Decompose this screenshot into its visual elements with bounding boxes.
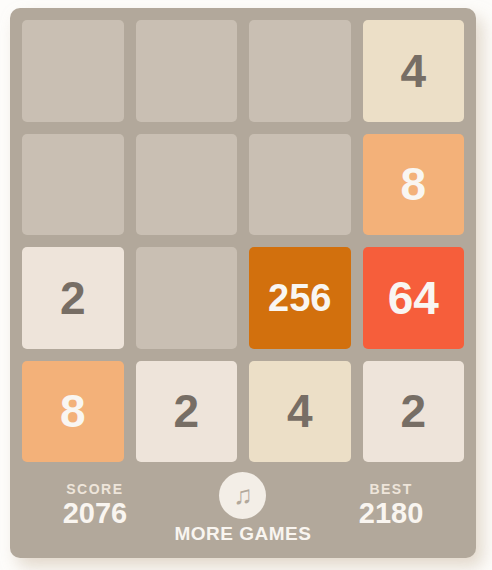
- app-stage: 482256648242 SCORE 2076 ♫ MORE GAMES BES…: [0, 0, 492, 570]
- empty-cell-r2c3: [249, 134, 351, 236]
- tile-grid[interactable]: 482256648242: [22, 20, 464, 462]
- empty-cell-r2c1: [22, 134, 124, 236]
- tile-4-r4c3: 4: [249, 361, 351, 463]
- tile-2-r3c1: 2: [22, 247, 124, 349]
- best-panel: BEST 2180: [318, 462, 464, 531]
- music-note-icon: ♫: [233, 482, 253, 508]
- tile-64-r3c4: 64: [363, 247, 465, 349]
- empty-cell-r2c2: [136, 134, 238, 236]
- empty-cell-r1c3: [249, 20, 351, 122]
- tile-4-r1c4: 4: [363, 20, 465, 122]
- tile-8-r4c1: 8: [22, 361, 124, 463]
- tile-2-r4c4: 2: [363, 361, 465, 463]
- best-value: 2180: [359, 497, 424, 530]
- tile-8-r2c4: 8: [363, 134, 465, 236]
- score-value: 2076: [63, 497, 128, 530]
- score-panel: SCORE 2076: [22, 462, 168, 531]
- tile-2-r4c2: 2: [136, 361, 238, 463]
- bottom-bar: SCORE 2076 ♫ MORE GAMES BEST 2180: [22, 462, 464, 558]
- music-circle[interactable]: ♫: [219, 472, 266, 519]
- more-games-button[interactable]: ♫ MORE GAMES: [168, 462, 318, 545]
- empty-cell-r1c2: [136, 20, 238, 122]
- more-games-label: MORE GAMES: [175, 523, 312, 545]
- tile-256-r3c3: 256: [249, 247, 351, 349]
- best-label: BEST: [369, 482, 412, 497]
- score-label: SCORE: [66, 482, 123, 497]
- empty-cell-r1c1: [22, 20, 124, 122]
- empty-cell-r3c2: [136, 247, 238, 349]
- game-board[interactable]: 482256648242 SCORE 2076 ♫ MORE GAMES BES…: [10, 8, 476, 558]
